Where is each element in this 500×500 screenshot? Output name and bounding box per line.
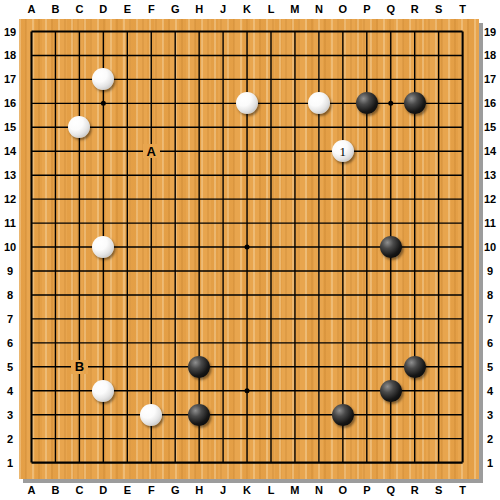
board-grid[interactable]: 1AB [20, 20, 475, 475]
coord-left-18: 18 [4, 50, 16, 61]
coord-right-18: 18 [484, 50, 496, 61]
coord-top-M: M [290, 3, 299, 14]
stone-black-Q10 [380, 236, 402, 258]
stone-white-C15 [68, 116, 90, 138]
coord-left-13: 13 [4, 170, 16, 181]
coord-top-F: F [148, 3, 155, 14]
coord-left-3: 3 [7, 409, 13, 420]
coord-left-1: 1 [7, 457, 13, 468]
coord-top-N: N [315, 3, 323, 14]
coord-right-1: 1 [487, 457, 493, 468]
point-label-A: A [143, 144, 160, 158]
stone-white-F3 [140, 404, 162, 426]
coord-left-12: 12 [4, 194, 16, 205]
coord-bottom-R: R [411, 484, 419, 495]
coord-top-P: P [363, 3, 370, 14]
coord-left-15: 15 [4, 122, 16, 133]
stone-black-R5 [404, 356, 426, 378]
coord-right-15: 15 [484, 122, 496, 133]
coord-top-K: K [243, 3, 251, 14]
stone-white-D4 [92, 380, 114, 402]
coord-bottom-K: K [243, 484, 251, 495]
coord-right-17: 17 [484, 74, 496, 85]
coord-right-12: 12 [484, 194, 496, 205]
coord-top-A: A [28, 3, 36, 14]
coord-top-C: C [75, 3, 83, 14]
stone-white-O14: 1 [332, 140, 354, 162]
stone-white-N16 [308, 92, 330, 114]
coord-top-T: T [459, 3, 466, 14]
coord-right-5: 5 [487, 361, 493, 372]
coord-left-4: 4 [7, 385, 13, 396]
coord-right-4: 4 [487, 385, 493, 396]
coord-left-5: 5 [7, 361, 13, 372]
coord-left-6: 6 [7, 337, 13, 348]
move-number-1: 1 [339, 145, 346, 158]
coord-bottom-Q: Q [386, 484, 395, 495]
coord-top-J: J [220, 3, 226, 14]
stone-black-H3 [188, 404, 210, 426]
coord-top-G: G [171, 3, 180, 14]
coord-bottom-S: S [435, 484, 442, 495]
coord-bottom-D: D [99, 484, 107, 495]
coord-bottom-F: F [148, 484, 155, 495]
stone-black-O3 [332, 404, 354, 426]
coord-top-L: L [268, 3, 275, 14]
coord-top-B: B [51, 3, 59, 14]
coord-bottom-C: C [75, 484, 83, 495]
coord-bottom-J: J [220, 484, 226, 495]
coord-bottom-N: N [315, 484, 323, 495]
coord-right-8: 8 [487, 289, 493, 300]
coord-left-10: 10 [4, 242, 16, 253]
coord-bottom-B: B [51, 484, 59, 495]
coord-left-2: 2 [7, 433, 13, 444]
stone-white-K16 [236, 92, 258, 114]
stone-white-D17 [92, 68, 114, 90]
coord-right-7: 7 [487, 313, 493, 324]
coord-left-17: 17 [4, 74, 16, 85]
coord-top-D: D [99, 3, 107, 14]
stone-black-Q4 [380, 380, 402, 402]
coord-top-S: S [435, 3, 442, 14]
coord-bottom-M: M [290, 484, 299, 495]
coord-left-8: 8 [7, 289, 13, 300]
coord-bottom-A: A [28, 484, 36, 495]
coord-top-R: R [411, 3, 419, 14]
coord-top-E: E [124, 3, 131, 14]
coord-top-Q: Q [386, 3, 395, 14]
coord-top-H: H [195, 3, 203, 14]
go-board[interactable]: 1AB [19, 19, 479, 479]
coord-bottom-G: G [171, 484, 180, 495]
coord-right-19: 19 [484, 26, 496, 37]
coord-bottom-H: H [195, 484, 203, 495]
coord-left-19: 19 [4, 26, 16, 37]
coord-bottom-O: O [339, 484, 348, 495]
coord-top-O: O [339, 3, 348, 14]
coord-left-11: 11 [4, 218, 16, 229]
coord-left-14: 14 [4, 146, 16, 157]
coord-right-9: 9 [487, 266, 493, 277]
coord-bottom-L: L [268, 484, 275, 495]
coord-bottom-P: P [363, 484, 370, 495]
coord-right-10: 10 [484, 242, 496, 253]
coord-right-13: 13 [484, 170, 496, 181]
stone-black-P16 [356, 92, 378, 114]
coord-bottom-T: T [459, 484, 466, 495]
coord-right-6: 6 [487, 337, 493, 348]
coord-left-16: 16 [4, 98, 16, 109]
coord-right-3: 3 [487, 409, 493, 420]
go-diagram: 1AB AABBCCDDEEFFGGHHJJKKLLMMNNOOPPQQRRSS… [0, 0, 500, 500]
coord-right-16: 16 [484, 98, 496, 109]
coord-left-9: 9 [7, 266, 13, 277]
coord-right-11: 11 [484, 218, 496, 229]
stone-white-D10 [92, 236, 114, 258]
stone-black-R16 [404, 92, 426, 114]
coord-bottom-E: E [124, 484, 131, 495]
coord-right-2: 2 [487, 433, 493, 444]
stone-black-H5 [188, 356, 210, 378]
coord-left-7: 7 [7, 313, 13, 324]
coord-right-14: 14 [484, 146, 496, 157]
point-label-B: B [71, 360, 88, 374]
